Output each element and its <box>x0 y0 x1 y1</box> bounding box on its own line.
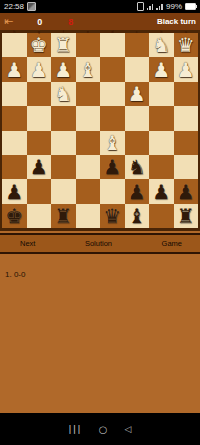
square-e1[interactable] <box>76 33 101 57</box>
square-e6[interactable] <box>76 155 101 179</box>
square-g2[interactable]: ♟ <box>27 57 52 81</box>
square-h4[interactable] <box>2 106 27 130</box>
square-e5[interactable] <box>76 131 101 155</box>
home-icon[interactable]: ○ <box>99 425 108 434</box>
battery-percent-text: 99% <box>166 2 182 11</box>
piece-wB-e2[interactable]: ♝ <box>79 58 97 82</box>
square-d3[interactable] <box>100 82 125 106</box>
piece-bQ-d8[interactable]: ♛ <box>103 204 121 228</box>
square-h7[interactable]: ♟ <box>2 179 27 203</box>
square-f1[interactable]: ♜ <box>51 33 76 57</box>
square-h2[interactable]: ♟ <box>2 57 27 81</box>
square-c4[interactable] <box>125 106 150 130</box>
square-a8[interactable]: ♜ <box>174 204 199 228</box>
square-f6[interactable] <box>51 155 76 179</box>
square-g4[interactable] <box>27 106 52 130</box>
square-e2[interactable]: ♝ <box>76 57 101 81</box>
file-label-e: e <box>76 30 101 33</box>
solution-button[interactable]: Solution <box>85 239 112 248</box>
piece-bP-c7[interactable]: ♟ <box>128 180 146 204</box>
square-b1[interactable]: ♞ <box>149 33 174 57</box>
puzzle-toolbar: Next Solution Game <box>0 233 200 254</box>
signal-bars-icon <box>147 4 154 10</box>
piece-wN-b1[interactable]: ♞ <box>152 33 170 57</box>
next-button[interactable]: Next <box>20 239 35 248</box>
recents-icon[interactable]: ||| <box>69 425 82 434</box>
square-d1[interactable] <box>100 33 125 57</box>
square-a1[interactable]: ♛ <box>174 33 199 57</box>
piece-bP-g6[interactable]: ♟ <box>30 155 48 179</box>
square-b2[interactable]: ♟ <box>149 57 174 81</box>
piece-wQ-a1[interactable]: ♛ <box>177 33 195 57</box>
file-label-h: h <box>2 30 27 33</box>
square-e7[interactable] <box>76 179 101 203</box>
screenshot-thumbnail-icon <box>27 2 36 11</box>
file-label-c: c <box>125 30 150 33</box>
square-b6[interactable] <box>149 155 174 179</box>
square-d6[interactable]: ♟ <box>100 155 125 179</box>
square-a6[interactable] <box>174 155 199 179</box>
turn-indicator: Black turn <box>157 17 196 26</box>
square-g3[interactable] <box>27 82 52 106</box>
solution-move-text: 1. 0-0 <box>5 270 200 279</box>
piece-wP-c3[interactable]: ♟ <box>128 82 146 106</box>
piece-bP-h7[interactable]: ♟ <box>5 180 23 204</box>
file-label-f: f <box>51 30 76 33</box>
back-icon[interactable]: ◁ <box>125 425 132 434</box>
piece-wP-g2[interactable]: ♟ <box>30 58 48 82</box>
piece-bP-b7[interactable]: ♟ <box>152 180 170 204</box>
piece-bR-a8[interactable]: ♜ <box>177 204 195 228</box>
piece-bK-h8[interactable]: ♚ <box>5 204 23 228</box>
square-e3[interactable] <box>76 82 101 106</box>
square-a5[interactable] <box>174 131 199 155</box>
square-c7[interactable]: ♟ <box>125 179 150 203</box>
vibrate-icon <box>137 2 144 11</box>
piece-wP-f2[interactable]: ♟ <box>54 58 72 82</box>
piece-wR-f1[interactable]: ♜ <box>54 33 72 57</box>
file-label-b: b <box>149 30 174 33</box>
file-label-d: d <box>100 30 125 33</box>
piece-bP-a7[interactable]: ♟ <box>177 180 195 204</box>
exit-icon[interactable]: ⇤ <box>4 17 13 27</box>
square-h5[interactable] <box>2 131 27 155</box>
file-label-a: a <box>174 30 199 33</box>
piece-bB-c8[interactable]: ♝ <box>128 204 146 228</box>
solution-panel: 1. 0-0 <box>0 254 200 413</box>
piece-wP-h2[interactable]: ♟ <box>5 58 23 82</box>
piece-bR-f8[interactable]: ♜ <box>54 204 72 228</box>
score-counter: 0 <box>37 17 42 27</box>
square-e4[interactable] <box>76 106 101 130</box>
square-a3[interactable] <box>174 82 199 106</box>
square-d2[interactable] <box>100 57 125 81</box>
square-f4[interactable] <box>51 106 76 130</box>
square-g8[interactable] <box>27 204 52 228</box>
clock-text: 22:58 <box>4 2 24 11</box>
square-e8[interactable] <box>76 204 101 228</box>
square-d8[interactable]: ♛ <box>100 204 125 228</box>
android-nav-bar: ||| ○ ◁ <box>0 413 200 445</box>
square-b7[interactable]: ♟ <box>149 179 174 203</box>
square-c5[interactable] <box>125 131 150 155</box>
piece-wP-b2[interactable]: ♟ <box>152 58 170 82</box>
square-f3[interactable]: ♞ <box>51 82 76 106</box>
square-g5[interactable] <box>27 131 52 155</box>
square-a4[interactable] <box>174 106 199 130</box>
battery-icon <box>185 3 196 10</box>
square-f2[interactable]: ♟ <box>51 57 76 81</box>
square-a7[interactable]: ♟ <box>174 179 199 203</box>
square-b8[interactable] <box>149 204 174 228</box>
square-c1[interactable] <box>125 33 150 57</box>
square-b4[interactable] <box>149 106 174 130</box>
piece-wK-g1[interactable]: ♚ <box>30 33 48 57</box>
square-d7[interactable] <box>100 179 125 203</box>
square-c3[interactable]: ♟ <box>125 82 150 106</box>
piece-wN-f3[interactable]: ♞ <box>54 82 72 106</box>
fail-counter: 8 <box>68 17 73 27</box>
square-f8[interactable]: ♜ <box>51 204 76 228</box>
chess-board: hgfedcba ♚♜♞♛♟♟♟♝♟♟♞♟♝♟♟♞♟♟♟♟♚♜♛♝♜ <box>0 30 200 231</box>
file-labels: hgfedcba <box>2 30 198 33</box>
piece-bN-c6[interactable]: ♞ <box>128 155 146 179</box>
file-label-g: g <box>27 30 52 33</box>
square-b5[interactable] <box>149 131 174 155</box>
square-a2[interactable]: ♟ <box>174 57 199 81</box>
board-grid: ♚♜♞♛♟♟♟♝♟♟♞♟♝♟♟♞♟♟♟♟♚♜♛♝♜ <box>2 33 198 228</box>
square-g6[interactable]: ♟ <box>27 155 52 179</box>
square-h6[interactable] <box>2 155 27 179</box>
square-c8[interactable]: ♝ <box>125 204 150 228</box>
square-c2[interactable] <box>125 57 150 81</box>
status-bar: 22:58 99% <box>0 0 200 13</box>
square-h1[interactable] <box>2 33 27 57</box>
piece-wP-a2[interactable]: ♟ <box>177 58 195 82</box>
square-d5[interactable]: ♝ <box>100 131 125 155</box>
app-header: ⇤ 0 8 Black turn <box>0 13 200 30</box>
square-h3[interactable] <box>2 82 27 106</box>
network-bars-icon <box>156 4 163 10</box>
square-g1[interactable]: ♚ <box>27 33 52 57</box>
square-b3[interactable] <box>149 82 174 106</box>
piece-wB-d5[interactable]: ♝ <box>103 131 121 155</box>
square-f7[interactable] <box>51 179 76 203</box>
square-c6[interactable]: ♞ <box>125 155 150 179</box>
square-h8[interactable]: ♚ <box>2 204 27 228</box>
square-g7[interactable] <box>27 179 52 203</box>
piece-bP-d6[interactable]: ♟ <box>103 155 121 179</box>
square-f5[interactable] <box>51 131 76 155</box>
square-d4[interactable] <box>100 106 125 130</box>
game-button[interactable]: Game <box>162 239 182 248</box>
